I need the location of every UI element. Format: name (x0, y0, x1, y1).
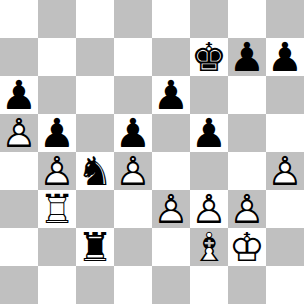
white-rook-b3[interactable]: ♜♖ (38, 190, 76, 228)
square-h4[interactable]: ♟♙ (266, 152, 304, 190)
square-d1[interactable] (114, 266, 152, 304)
square-a1[interactable] (0, 266, 38, 304)
white-rook-glyph: ♖ (39, 190, 75, 228)
white-bishop-glyph: ♗ (191, 228, 227, 266)
square-e5[interactable] (152, 114, 190, 152)
black-king-glyph: ♚ (191, 38, 227, 76)
square-h1[interactable] (266, 266, 304, 304)
black-pawn-b5[interactable]: ♟ (38, 114, 76, 152)
square-d5[interactable]: ♟ (114, 114, 152, 152)
square-f4[interactable] (190, 152, 228, 190)
black-pawn-glyph: ♟ (229, 38, 265, 76)
square-b8[interactable] (38, 0, 76, 38)
white-king-glyph: ♔ (229, 228, 265, 266)
square-e4[interactable] (152, 152, 190, 190)
square-a2[interactable] (0, 228, 38, 266)
square-f8[interactable] (190, 0, 228, 38)
square-b6[interactable] (38, 76, 76, 114)
square-f7[interactable]: ♚ (190, 38, 228, 76)
square-d6[interactable] (114, 76, 152, 114)
square-d7[interactable] (114, 38, 152, 76)
white-pawn-glyph: ♙ (267, 152, 303, 190)
square-f3[interactable]: ♟♙ (190, 190, 228, 228)
white-pawn-h4[interactable]: ♟♙ (266, 152, 304, 190)
black-pawn-d5[interactable]: ♟ (114, 114, 152, 152)
white-pawn-glyph: ♙ (153, 190, 189, 228)
square-e8[interactable] (152, 0, 190, 38)
square-g2[interactable]: ♚♔ (228, 228, 266, 266)
white-pawn-d4[interactable]: ♟♙ (114, 152, 152, 190)
square-b1[interactable] (38, 266, 76, 304)
white-pawn-glyph: ♙ (39, 152, 75, 190)
square-g5[interactable] (228, 114, 266, 152)
white-pawn-f3[interactable]: ♟♙ (190, 190, 228, 228)
black-pawn-h7[interactable]: ♟ (266, 38, 304, 76)
square-f1[interactable] (190, 266, 228, 304)
square-c7[interactable] (76, 38, 114, 76)
black-pawn-glyph: ♟ (191, 114, 227, 152)
square-g1[interactable] (228, 266, 266, 304)
square-f6[interactable] (190, 76, 228, 114)
square-h5[interactable] (266, 114, 304, 152)
chess-board: ♚♟♟♟♟♟♙♟♟♟♟♙♞♟♙♟♙♜♖♟♙♟♙♟♙♜♝♗♚♔ (0, 0, 304, 304)
square-f2[interactable]: ♝♗ (190, 228, 228, 266)
square-d3[interactable] (114, 190, 152, 228)
black-king-f7[interactable]: ♚ (190, 38, 228, 76)
square-b5[interactable]: ♟ (38, 114, 76, 152)
square-d2[interactable] (114, 228, 152, 266)
square-d8[interactable] (114, 0, 152, 38)
square-g8[interactable] (228, 0, 266, 38)
square-c8[interactable] (76, 0, 114, 38)
square-c1[interactable] (76, 266, 114, 304)
square-e3[interactable]: ♟♙ (152, 190, 190, 228)
white-bishop-f2[interactable]: ♝♗ (190, 228, 228, 266)
square-c4[interactable]: ♞ (76, 152, 114, 190)
square-h6[interactable] (266, 76, 304, 114)
square-b7[interactable] (38, 38, 76, 76)
square-b4[interactable]: ♟♙ (38, 152, 76, 190)
white-pawn-g3[interactable]: ♟♙ (228, 190, 266, 228)
black-pawn-glyph: ♟ (267, 38, 303, 76)
black-knight-glyph: ♞ (77, 152, 113, 190)
black-pawn-g7[interactable]: ♟ (228, 38, 266, 76)
square-h7[interactable]: ♟ (266, 38, 304, 76)
black-rook-c2[interactable]: ♜ (76, 228, 114, 266)
square-a3[interactable] (0, 190, 38, 228)
white-pawn-glyph: ♙ (229, 190, 265, 228)
square-g3[interactable]: ♟♙ (228, 190, 266, 228)
black-pawn-f5[interactable]: ♟ (190, 114, 228, 152)
square-g6[interactable] (228, 76, 266, 114)
square-c3[interactable] (76, 190, 114, 228)
black-rook-glyph: ♜ (77, 228, 113, 266)
square-e2[interactable] (152, 228, 190, 266)
white-pawn-glyph: ♙ (1, 114, 37, 152)
square-b3[interactable]: ♜♖ (38, 190, 76, 228)
square-c6[interactable] (76, 76, 114, 114)
white-pawn-b4[interactable]: ♟♙ (38, 152, 76, 190)
square-h3[interactable] (266, 190, 304, 228)
square-h8[interactable] (266, 0, 304, 38)
black-pawn-glyph: ♟ (153, 76, 189, 114)
black-pawn-glyph: ♟ (115, 114, 151, 152)
square-a7[interactable] (0, 38, 38, 76)
square-f5[interactable]: ♟ (190, 114, 228, 152)
square-d4[interactable]: ♟♙ (114, 152, 152, 190)
square-g7[interactable]: ♟ (228, 38, 266, 76)
black-knight-c4[interactable]: ♞ (76, 152, 114, 190)
square-e1[interactable] (152, 266, 190, 304)
white-pawn-glyph: ♙ (115, 152, 151, 190)
white-pawn-glyph: ♙ (191, 190, 227, 228)
square-h2[interactable] (266, 228, 304, 266)
black-pawn-glyph: ♟ (39, 114, 75, 152)
square-a5[interactable]: ♟♙ (0, 114, 38, 152)
white-king-g2[interactable]: ♚♔ (228, 228, 266, 266)
square-a6[interactable]: ♟ (0, 76, 38, 114)
square-a4[interactable] (0, 152, 38, 190)
square-a8[interactable] (0, 0, 38, 38)
square-g4[interactable] (228, 152, 266, 190)
black-pawn-a6[interactable]: ♟ (0, 76, 38, 114)
black-pawn-e6[interactable]: ♟ (152, 76, 190, 114)
white-pawn-e3[interactable]: ♟♙ (152, 190, 190, 228)
square-e6[interactable]: ♟ (152, 76, 190, 114)
square-c5[interactable] (76, 114, 114, 152)
white-pawn-a5[interactable]: ♟♙ (0, 114, 38, 152)
square-b2[interactable] (38, 228, 76, 266)
square-c2[interactable]: ♜ (76, 228, 114, 266)
black-pawn-glyph: ♟ (1, 76, 37, 114)
square-e7[interactable] (152, 38, 190, 76)
